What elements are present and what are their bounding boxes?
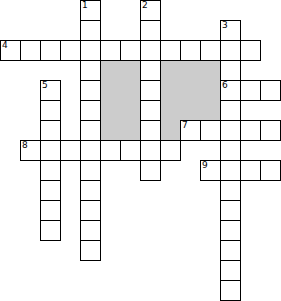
- blocked-cell-r3c6: [120, 60, 140, 80]
- blocked-cell-r5c8: [160, 100, 180, 120]
- cell-r8c11[interactable]: [220, 160, 241, 181]
- cell-r7c11[interactable]: [220, 140, 241, 161]
- cell-r6c12[interactable]: [240, 120, 261, 141]
- cell-r7c3[interactable]: [60, 140, 81, 161]
- cell-r2c12[interactable]: [240, 40, 261, 61]
- cell-r8c10[interactable]: 9: [200, 160, 221, 181]
- blocked-cell-r3c10: [200, 60, 220, 80]
- cell-r4c13[interactable]: [260, 80, 281, 101]
- cell-r0c7[interactable]: 2: [140, 0, 161, 21]
- cell-r3c4[interactable]: [80, 60, 101, 81]
- clue-number-2: 2: [142, 1, 148, 10]
- cell-r1c7[interactable]: [140, 20, 161, 41]
- cell-r7c4[interactable]: [80, 140, 101, 161]
- cell-r8c13[interactable]: [260, 160, 281, 181]
- blocked-cell-r4c6: [120, 80, 140, 100]
- cell-r5c4[interactable]: [80, 100, 101, 121]
- cell-r6c10[interactable]: [200, 120, 221, 141]
- cell-r4c7[interactable]: [140, 80, 161, 101]
- clue-number-6: 6: [222, 81, 228, 90]
- cell-r11c2[interactable]: [40, 220, 61, 241]
- blocked-cell-r3c9: [180, 60, 200, 80]
- cell-r7c1[interactable]: 8: [20, 140, 41, 161]
- blocked-cell-r6c5: [100, 120, 120, 140]
- cell-r12c11[interactable]: [220, 240, 241, 261]
- blocked-cell-r4c10: [200, 80, 220, 100]
- cell-r4c2[interactable]: 5: [40, 80, 61, 101]
- blocked-cell-r4c9: [180, 80, 200, 100]
- cell-r13c11[interactable]: [220, 260, 241, 281]
- cell-r11c4[interactable]: [80, 220, 101, 241]
- cell-r5c11[interactable]: [220, 100, 241, 121]
- cell-r8c2[interactable]: [40, 160, 61, 181]
- cell-r1c4[interactable]: [80, 20, 101, 41]
- cell-r9c2[interactable]: [40, 180, 61, 201]
- blocked-cell-r4c5: [100, 80, 120, 100]
- blocked-cell-r5c5: [100, 100, 120, 120]
- clue-number-9: 9: [202, 161, 208, 170]
- cell-r6c2[interactable]: [40, 120, 61, 141]
- cell-r14c11[interactable]: [220, 280, 241, 301]
- cell-r2c3[interactable]: [60, 40, 81, 61]
- cell-r2c6[interactable]: [120, 40, 141, 61]
- cell-r7c7[interactable]: [140, 140, 161, 161]
- cell-r4c11[interactable]: 6: [220, 80, 241, 101]
- cell-r6c4[interactable]: [80, 120, 101, 141]
- cell-r2c8[interactable]: [160, 40, 181, 61]
- cell-r2c4[interactable]: [80, 40, 101, 61]
- blocked-cell-r3c8: [160, 60, 180, 80]
- cell-r5c2[interactable]: [40, 100, 61, 121]
- cell-r11c11[interactable]: [220, 220, 241, 241]
- cell-r2c5[interactable]: [100, 40, 121, 61]
- clue-number-4: 4: [2, 41, 8, 50]
- cell-r2c11[interactable]: [220, 40, 241, 61]
- cell-r10c4[interactable]: [80, 200, 101, 221]
- cell-r2c10[interactable]: [200, 40, 221, 61]
- cell-r3c7[interactable]: [140, 60, 161, 81]
- cell-r7c8[interactable]: [160, 140, 181, 161]
- blocked-cell-r5c9: [180, 100, 200, 120]
- cell-r4c12[interactable]: [240, 80, 261, 101]
- clue-number-1: 1: [82, 1, 88, 10]
- cell-r2c2[interactable]: [40, 40, 61, 61]
- blocked-cell-r4c8: [160, 80, 180, 100]
- blocked-cell-r6c6: [120, 120, 140, 140]
- cell-r7c5[interactable]: [100, 140, 121, 161]
- cell-r2c7[interactable]: [140, 40, 161, 61]
- cell-r6c7[interactable]: [140, 120, 161, 141]
- cell-r1c11[interactable]: 3: [220, 20, 241, 41]
- cell-r9c4[interactable]: [80, 180, 101, 201]
- clue-number-5: 5: [42, 81, 48, 90]
- cell-r7c2[interactable]: [40, 140, 61, 161]
- blocked-cell-r6c8: [160, 120, 180, 140]
- cell-r10c11[interactable]: [220, 200, 241, 221]
- cell-r7c6[interactable]: [120, 140, 141, 161]
- cell-r5c7[interactable]: [140, 100, 161, 121]
- cell-r12c4[interactable]: [80, 240, 101, 261]
- cell-r10c2[interactable]: [40, 200, 61, 221]
- cell-r6c9[interactable]: 7: [180, 120, 201, 141]
- cell-r6c11[interactable]: [220, 120, 241, 141]
- cell-r2c0[interactable]: 4: [0, 40, 21, 61]
- crossword-board: 123456789: [0, 0, 281, 301]
- clue-number-8: 8: [22, 141, 28, 150]
- cell-r8c4[interactable]: [80, 160, 101, 181]
- cell-r9c11[interactable]: [220, 180, 241, 201]
- cell-r6c13[interactable]: [260, 120, 281, 141]
- cell-r3c11[interactable]: [220, 60, 241, 81]
- cell-r0c4[interactable]: 1: [80, 0, 101, 21]
- clue-number-3: 3: [222, 21, 228, 30]
- blocked-cell-r5c10: [200, 100, 220, 120]
- blocked-cell-r5c6: [120, 100, 140, 120]
- cell-r2c1[interactable]: [20, 40, 41, 61]
- cell-r4c4[interactable]: [80, 80, 101, 101]
- cell-r8c7[interactable]: [140, 160, 161, 181]
- clue-number-7: 7: [182, 121, 188, 130]
- blocked-cell-r3c5: [100, 60, 120, 80]
- cell-r2c9[interactable]: [180, 40, 201, 61]
- cell-r8c12[interactable]: [240, 160, 261, 181]
